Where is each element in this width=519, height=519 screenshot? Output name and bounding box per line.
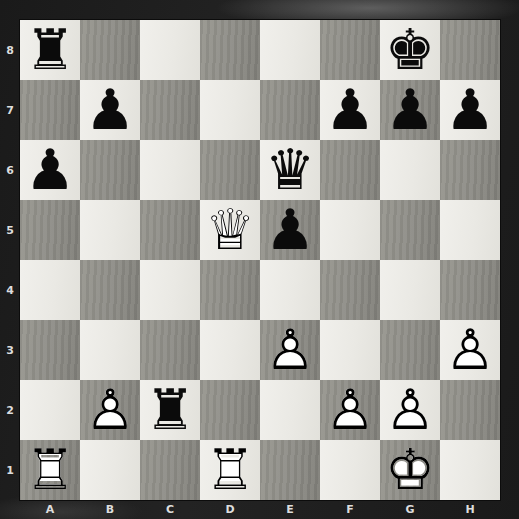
rank-label-4: 4 bbox=[0, 260, 20, 320]
piece-wP-e3-fill: ♟ bbox=[260, 320, 320, 380]
chess-diagram: ♜♚♟♟♟♟♟♛♛♕♟♟♙♟♙♟♙♜♟♙♟♙♜♖♜♖♚♔ 87654321 AB… bbox=[0, 0, 519, 519]
square-d8[interactable] bbox=[200, 20, 260, 80]
piece-wP-f2[interactable]: ♙ bbox=[320, 380, 380, 440]
piece-wR-a1-fill: ♜ bbox=[20, 440, 80, 500]
piece-wR-a1[interactable]: ♖ bbox=[20, 440, 80, 500]
square-g3[interactable] bbox=[380, 320, 440, 380]
square-b7[interactable]: ♟ bbox=[80, 80, 140, 140]
square-b2[interactable]: ♟♙ bbox=[80, 380, 140, 440]
piece-wP-g2-fill: ♟ bbox=[380, 380, 440, 440]
square-f2[interactable]: ♟♙ bbox=[320, 380, 380, 440]
square-a6[interactable]: ♟ bbox=[20, 140, 80, 200]
square-b3[interactable] bbox=[80, 320, 140, 380]
file-label-e: E bbox=[260, 500, 320, 519]
piece-bP-a6[interactable]: ♟ bbox=[20, 140, 80, 200]
piece-wP-f2-fill: ♟ bbox=[320, 380, 380, 440]
square-e1[interactable] bbox=[260, 440, 320, 500]
piece-wP-b2-fill: ♟ bbox=[80, 380, 140, 440]
square-e5[interactable]: ♟ bbox=[260, 200, 320, 260]
rank-label-2: 2 bbox=[0, 380, 20, 440]
square-e7[interactable] bbox=[260, 80, 320, 140]
square-g7[interactable]: ♟ bbox=[380, 80, 440, 140]
square-g1[interactable]: ♚♔ bbox=[380, 440, 440, 500]
square-f8[interactable] bbox=[320, 20, 380, 80]
square-f4[interactable] bbox=[320, 260, 380, 320]
square-g4[interactable] bbox=[380, 260, 440, 320]
square-f7[interactable]: ♟ bbox=[320, 80, 380, 140]
square-d5[interactable]: ♛♕ bbox=[200, 200, 260, 260]
square-d2[interactable] bbox=[200, 380, 260, 440]
square-a7[interactable] bbox=[20, 80, 80, 140]
file-label-b: B bbox=[80, 500, 140, 519]
square-d4[interactable] bbox=[200, 260, 260, 320]
square-b4[interactable] bbox=[80, 260, 140, 320]
file-label-d: D bbox=[200, 500, 260, 519]
square-h2[interactable] bbox=[440, 380, 500, 440]
square-c3[interactable] bbox=[140, 320, 200, 380]
square-h8[interactable] bbox=[440, 20, 500, 80]
square-e8[interactable] bbox=[260, 20, 320, 80]
square-d1[interactable]: ♜♖ bbox=[200, 440, 260, 500]
piece-bP-f7[interactable]: ♟ bbox=[320, 80, 380, 140]
square-b8[interactable] bbox=[80, 20, 140, 80]
square-a4[interactable] bbox=[20, 260, 80, 320]
square-h7[interactable]: ♟ bbox=[440, 80, 500, 140]
file-label-c: C bbox=[140, 500, 200, 519]
square-h4[interactable] bbox=[440, 260, 500, 320]
square-f3[interactable] bbox=[320, 320, 380, 380]
square-h5[interactable] bbox=[440, 200, 500, 260]
square-a8[interactable]: ♜ bbox=[20, 20, 80, 80]
rank-label-3: 3 bbox=[0, 320, 20, 380]
square-d6[interactable] bbox=[200, 140, 260, 200]
piece-wP-g2[interactable]: ♙ bbox=[380, 380, 440, 440]
piece-bP-b7[interactable]: ♟ bbox=[80, 80, 140, 140]
file-labels-gutter: ABCDEFGH bbox=[20, 500, 500, 519]
piece-wK-g1-fill: ♚ bbox=[380, 440, 440, 500]
square-c2[interactable]: ♜ bbox=[140, 380, 200, 440]
piece-bK-g8[interactable]: ♚ bbox=[380, 20, 440, 80]
square-a2[interactable] bbox=[20, 380, 80, 440]
rank-label-7: 7 bbox=[0, 80, 20, 140]
piece-bR-c2[interactable]: ♜ bbox=[140, 380, 200, 440]
square-g2[interactable]: ♟♙ bbox=[380, 380, 440, 440]
square-e4[interactable] bbox=[260, 260, 320, 320]
file-label-a: A bbox=[20, 500, 80, 519]
square-f5[interactable] bbox=[320, 200, 380, 260]
square-f6[interactable] bbox=[320, 140, 380, 200]
piece-wR-d1[interactable]: ♖ bbox=[200, 440, 260, 500]
piece-bQ-e6[interactable]: ♛ bbox=[260, 140, 320, 200]
piece-wQ-d5-fill: ♛ bbox=[200, 200, 260, 260]
square-g5[interactable] bbox=[380, 200, 440, 260]
rank-label-1: 1 bbox=[0, 440, 20, 500]
piece-bP-h7[interactable]: ♟ bbox=[440, 80, 500, 140]
square-g6[interactable] bbox=[380, 140, 440, 200]
square-e2[interactable] bbox=[260, 380, 320, 440]
piece-wP-e3[interactable]: ♙ bbox=[260, 320, 320, 380]
chessboard-grid: ♜♚♟♟♟♟♟♛♛♕♟♟♙♟♙♟♙♜♟♙♟♙♜♖♜♖♚♔ bbox=[20, 20, 500, 500]
square-h6[interactable] bbox=[440, 140, 500, 200]
piece-bP-g7[interactable]: ♟ bbox=[380, 80, 440, 140]
piece-bP-e5[interactable]: ♟ bbox=[260, 200, 320, 260]
rank-label-8: 8 bbox=[0, 20, 20, 80]
square-c1[interactable] bbox=[140, 440, 200, 500]
square-c7[interactable] bbox=[140, 80, 200, 140]
square-h3[interactable]: ♟♙ bbox=[440, 320, 500, 380]
square-h1[interactable] bbox=[440, 440, 500, 500]
square-d7[interactable] bbox=[200, 80, 260, 140]
file-label-h: H bbox=[440, 500, 500, 519]
square-a3[interactable] bbox=[20, 320, 80, 380]
square-b1[interactable] bbox=[80, 440, 140, 500]
square-d3[interactable] bbox=[200, 320, 260, 380]
square-a1[interactable]: ♜♖ bbox=[20, 440, 80, 500]
rank-label-6: 6 bbox=[0, 140, 20, 200]
square-e6[interactable]: ♛ bbox=[260, 140, 320, 200]
piece-bR-a8[interactable]: ♜ bbox=[20, 20, 80, 80]
square-c6[interactable] bbox=[140, 140, 200, 200]
square-e3[interactable]: ♟♙ bbox=[260, 320, 320, 380]
piece-wQ-d5[interactable]: ♕ bbox=[200, 200, 260, 260]
piece-wR-d1-fill: ♜ bbox=[200, 440, 260, 500]
square-a5[interactable] bbox=[20, 200, 80, 260]
piece-wP-h3[interactable]: ♙ bbox=[440, 320, 500, 380]
rank-label-5: 5 bbox=[0, 200, 20, 260]
square-g8[interactable]: ♚ bbox=[380, 20, 440, 80]
square-b5[interactable] bbox=[80, 200, 140, 260]
square-c4[interactable] bbox=[140, 260, 200, 320]
file-label-f: F bbox=[320, 500, 380, 519]
piece-wK-g1[interactable]: ♔ bbox=[380, 440, 440, 500]
piece-wP-b2[interactable]: ♙ bbox=[80, 380, 140, 440]
square-f1[interactable] bbox=[320, 440, 380, 500]
square-c8[interactable] bbox=[140, 20, 200, 80]
piece-wP-h3-fill: ♟ bbox=[440, 320, 500, 380]
square-c5[interactable] bbox=[140, 200, 200, 260]
file-label-g: G bbox=[380, 500, 440, 519]
square-b6[interactable] bbox=[80, 140, 140, 200]
rank-labels-gutter: 87654321 bbox=[0, 20, 20, 500]
